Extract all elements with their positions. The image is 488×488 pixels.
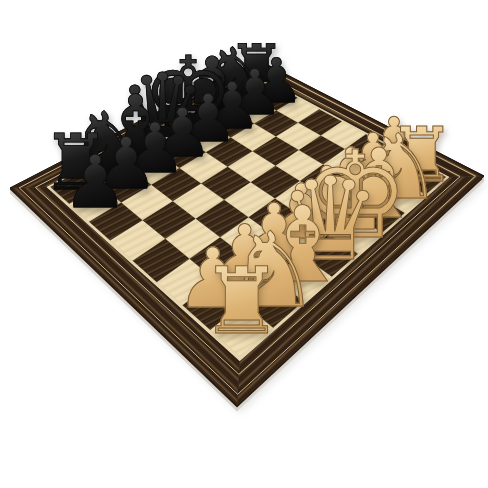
piece-white-rook[interactable]: ♜ xyxy=(200,255,283,348)
photo-background: ♜♟♞♟♝♟♚♟♛♟♝♟♟♞♜♟♟♜♞♟♟♝♟♚♟♛♟♝♟♞♟♜ xyxy=(0,0,488,488)
piece-black-pawn[interactable]: ♟ xyxy=(63,146,128,219)
